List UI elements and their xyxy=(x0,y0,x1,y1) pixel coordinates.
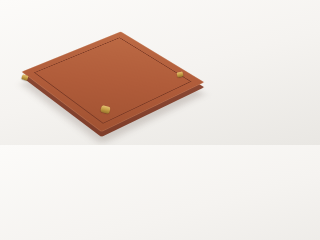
photo-scene xyxy=(0,0,220,145)
checkers-board xyxy=(21,32,204,133)
